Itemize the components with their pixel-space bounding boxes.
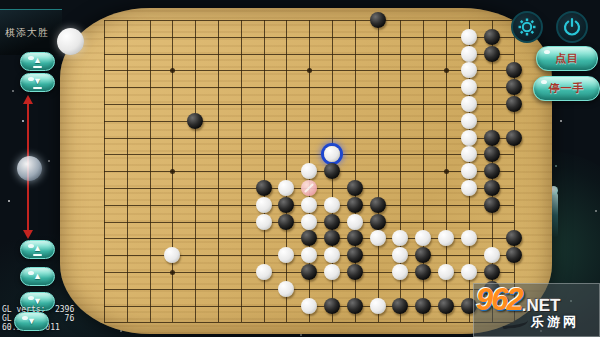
black-stone[interactable] [392, 298, 408, 314]
arrow-down-to-bar-icon: ▼ [33, 77, 42, 89]
white-stone[interactable] [461, 29, 477, 45]
triangle-up-bar-icon: ▲ [33, 244, 42, 256]
black-stone[interactable] [484, 180, 500, 196]
white-stone[interactable] [324, 197, 340, 213]
prev-move-button[interactable]: ▲ [20, 267, 55, 286]
swoosh-arrow-icon [501, 315, 528, 329]
player-banner-label: 棋添大胜 [5, 26, 49, 40]
grid-line [104, 289, 514, 290]
black-stone[interactable] [256, 180, 272, 196]
last-move-button[interactable]: ▼ [14, 312, 49, 331]
pill-highlight [541, 80, 547, 84]
slider-arrow-down [23, 230, 33, 239]
black-stone[interactable] [506, 247, 522, 263]
black-stone[interactable] [278, 214, 294, 230]
watermark-number: 962 [476, 285, 522, 315]
jump-to-end-button[interactable]: ▼ [20, 73, 55, 92]
black-stone[interactable] [506, 62, 522, 78]
pill-highlight [544, 50, 550, 54]
black-stone[interactable] [347, 264, 363, 280]
star-point [170, 68, 175, 73]
white-stone[interactable] [256, 264, 272, 280]
white-stone[interactable] [392, 230, 408, 246]
star-point [170, 169, 175, 174]
white-stone[interactable] [461, 113, 477, 129]
black-stone[interactable] [506, 79, 522, 95]
white-stone[interactable] [392, 247, 408, 263]
black-stone[interactable] [187, 113, 203, 129]
black-stone[interactable] [324, 214, 340, 230]
white-stone[interactable] [278, 247, 294, 263]
black-stone[interactable] [370, 197, 386, 213]
white-stone[interactable] [461, 146, 477, 162]
black-stone[interactable] [415, 298, 431, 314]
white-stone[interactable] [301, 163, 317, 179]
arrow-up-to-bar-icon: ▲ [33, 56, 42, 68]
white-stone[interactable] [438, 230, 454, 246]
pill-highlight [22, 316, 28, 320]
black-stone[interactable] [278, 197, 294, 213]
gear-icon [517, 17, 537, 37]
pill-highlight [28, 56, 34, 60]
star-point [170, 270, 175, 275]
black-stone[interactable] [370, 12, 386, 28]
black-stone[interactable] [484, 130, 500, 146]
triangle-down-small-icon: ▼ [27, 317, 36, 326]
black-stone[interactable] [506, 130, 522, 146]
white-stone[interactable] [415, 230, 431, 246]
white-stone[interactable] [461, 96, 477, 112]
white-stone[interactable] [461, 62, 477, 78]
white-stone[interactable] [461, 230, 477, 246]
count-points-button[interactable]: 点目 [536, 46, 598, 71]
white-stone[interactable] [392, 264, 408, 280]
grid-line [104, 322, 514, 323]
power-icon [562, 17, 582, 37]
white-stone[interactable] [301, 214, 317, 230]
site-watermark: 962 .NET 乐游网 [473, 283, 600, 337]
white-turn-stone-icon [57, 28, 84, 55]
black-stone[interactable] [347, 197, 363, 213]
pill-highlight [28, 77, 34, 81]
forbidden-point-marker[interactable] [301, 180, 317, 196]
white-stone[interactable] [256, 214, 272, 230]
move-slider-handle[interactable] [17, 156, 42, 181]
white-stone[interactable] [301, 197, 317, 213]
white-stone[interactable] [256, 197, 272, 213]
black-stone[interactable] [484, 197, 500, 213]
white-stone[interactable] [347, 214, 363, 230]
black-stone[interactable] [415, 264, 431, 280]
white-stone[interactable] [461, 163, 477, 179]
white-stone[interactable] [370, 298, 386, 314]
white-stone[interactable] [301, 247, 317, 263]
black-stone[interactable] [347, 247, 363, 263]
star-point [307, 68, 312, 73]
white-stone[interactable] [461, 180, 477, 196]
triangle-up-icon: ▲ [33, 272, 42, 281]
black-stone[interactable] [484, 163, 500, 179]
count-points-label: 点目 [555, 51, 579, 66]
black-stone[interactable] [301, 230, 317, 246]
black-stone[interactable] [438, 298, 454, 314]
black-stone[interactable] [484, 46, 500, 62]
black-stone[interactable] [324, 163, 340, 179]
grid-line [378, 20, 379, 322]
settings-button[interactable] [511, 11, 543, 43]
black-stone[interactable] [415, 247, 431, 263]
black-stone[interactable] [324, 298, 340, 314]
pill-highlight [28, 271, 34, 275]
watermark-name: 乐游网 [531, 313, 579, 331]
white-stone[interactable] [278, 281, 294, 297]
white-stone[interactable] [484, 247, 500, 263]
white-stone[interactable] [324, 264, 340, 280]
white-stone[interactable] [461, 79, 477, 95]
white-stone[interactable] [438, 264, 454, 280]
black-stone[interactable] [301, 264, 317, 280]
pass-button[interactable]: 停一手 [533, 76, 600, 101]
exit-button[interactable] [556, 11, 588, 43]
black-stone[interactable] [484, 29, 500, 45]
black-stone[interactable] [484, 146, 500, 162]
slash-icon [304, 183, 314, 193]
pill-highlight [28, 244, 34, 248]
black-stone[interactable] [347, 230, 363, 246]
player-banner: 棋添大胜 [0, 9, 62, 55]
white-stone[interactable] [370, 230, 386, 246]
star-point [444, 169, 449, 174]
black-stone[interactable] [347, 298, 363, 314]
black-stone[interactable] [347, 180, 363, 196]
white-stone[interactable] [164, 247, 180, 263]
black-stone[interactable] [506, 230, 522, 246]
white-stone[interactable] [301, 298, 317, 314]
black-stone[interactable] [506, 96, 522, 112]
black-stone[interactable] [370, 214, 386, 230]
white-stone[interactable] [461, 264, 477, 280]
pass-label: 停一手 [549, 81, 585, 96]
jump-to-start-button[interactable]: ▲ [20, 52, 55, 71]
white-stone[interactable] [324, 247, 340, 263]
star-point [444, 68, 449, 73]
pill-highlight [28, 296, 34, 300]
white-stone-last-move[interactable] [324, 146, 340, 162]
white-stone[interactable] [461, 130, 477, 146]
white-stone[interactable] [461, 46, 477, 62]
first-move-button[interactable]: ▲ [20, 240, 55, 259]
white-stone[interactable] [278, 180, 294, 196]
black-stone[interactable] [484, 264, 500, 280]
black-stone[interactable] [324, 230, 340, 246]
